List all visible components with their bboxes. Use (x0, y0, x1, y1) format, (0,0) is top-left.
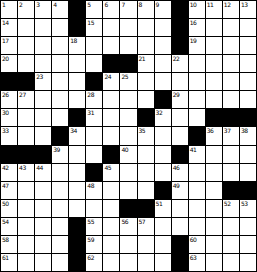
clue-number: 60 (190, 236, 197, 243)
clue-number: 12 (224, 1, 231, 8)
white-cell[interactable] (138, 254, 154, 271)
clue-number: 63 (190, 254, 197, 261)
clue-number: 14 (2, 19, 9, 26)
white-cell[interactable] (155, 254, 171, 271)
white-cell[interactable] (18, 182, 34, 199)
white-cell[interactable] (103, 91, 119, 108)
white-cell[interactable]: 53 (240, 200, 256, 217)
black-cell (35, 146, 51, 163)
clue-number: 47 (2, 182, 9, 189)
clue-number: 34 (70, 127, 77, 134)
clue-number: 3 (36, 1, 39, 8)
clue-number: 23 (36, 73, 43, 80)
white-cell[interactable] (172, 218, 188, 235)
white-cell[interactable] (240, 218, 256, 235)
white-cell[interactable]: 11 (206, 1, 222, 18)
white-cell[interactable] (52, 91, 68, 108)
white-cell[interactable] (103, 182, 119, 199)
white-cell[interactable] (18, 254, 34, 271)
white-cell[interactable] (206, 218, 222, 235)
white-cell[interactable]: 48 (86, 182, 102, 199)
clue-number: 27 (19, 91, 26, 98)
white-cell[interactable] (223, 55, 239, 72)
white-cell[interactable] (18, 109, 34, 126)
white-cell[interactable] (120, 127, 136, 144)
white-cell[interactable] (155, 146, 171, 163)
white-cell[interactable]: 40 (120, 146, 136, 163)
clue-number: 44 (36, 164, 43, 171)
clue-number: 21 (139, 55, 146, 62)
white-cell[interactable] (52, 109, 68, 126)
white-cell[interactable] (103, 127, 119, 144)
white-cell[interactable]: 44 (35, 164, 51, 181)
white-cell[interactable] (240, 164, 256, 181)
clue-number: 25 (121, 73, 128, 80)
white-cell[interactable]: 4 (52, 1, 68, 18)
white-cell[interactable] (120, 182, 136, 199)
clue-number: 26 (2, 91, 9, 98)
black-cell (86, 73, 102, 90)
crossword-grid: 1234567891011121314151617181920212223242… (0, 0, 257, 272)
white-cell[interactable] (206, 19, 222, 36)
white-cell[interactable] (155, 127, 171, 144)
clue-number: 1 (2, 1, 5, 8)
white-cell[interactable]: 12 (223, 1, 239, 18)
white-cell[interactable] (240, 37, 256, 54)
black-cell (69, 218, 85, 235)
white-cell[interactable]: 9 (155, 1, 171, 18)
white-cell[interactable]: 43 (18, 164, 34, 181)
clue-number: 50 (2, 200, 9, 207)
white-cell[interactable]: 13 (240, 1, 256, 18)
white-cell[interactable]: 3 (35, 1, 51, 18)
white-cell[interactable] (18, 19, 34, 36)
white-cell[interactable] (223, 218, 239, 235)
clue-number: 39 (53, 146, 60, 153)
white-cell[interactable] (223, 91, 239, 108)
black-cell (172, 146, 188, 163)
white-cell[interactable] (240, 73, 256, 90)
white-cell[interactable] (206, 37, 222, 54)
clue-number: 33 (2, 127, 9, 134)
clue-number: 30 (2, 109, 9, 116)
white-cell[interactable] (240, 236, 256, 253)
white-cell[interactable]: 21 (138, 55, 154, 72)
white-cell[interactable] (206, 91, 222, 108)
white-cell[interactable] (206, 254, 222, 271)
white-cell[interactable] (155, 55, 171, 72)
white-cell[interactable] (189, 109, 205, 126)
black-cell (69, 1, 85, 18)
white-cell[interactable]: 23 (35, 73, 51, 90)
clue-number: 45 (104, 164, 111, 171)
white-cell[interactable] (223, 73, 239, 90)
black-cell (223, 182, 239, 199)
white-cell[interactable]: 58 (1, 236, 17, 253)
black-cell (172, 236, 188, 253)
black-cell (52, 127, 68, 144)
black-cell (120, 200, 136, 217)
clue-number: 22 (173, 55, 180, 62)
white-cell[interactable] (138, 19, 154, 36)
clue-number: 8 (139, 1, 142, 8)
clue-number: 42 (2, 164, 9, 171)
clue-number: 49 (173, 182, 180, 189)
white-cell[interactable]: 42 (1, 164, 17, 181)
white-cell[interactable] (206, 55, 222, 72)
white-cell[interactable]: 20 (1, 55, 17, 72)
white-cell[interactable]: 59 (86, 236, 102, 253)
white-cell[interactable] (206, 182, 222, 199)
clue-number: 57 (139, 218, 146, 225)
white-cell[interactable]: 36 (206, 127, 222, 144)
white-cell[interactable] (35, 200, 51, 217)
white-cell[interactable] (120, 37, 136, 54)
white-cell[interactable] (206, 146, 222, 163)
clue-number: 6 (104, 1, 107, 8)
white-cell[interactable] (206, 164, 222, 181)
white-cell[interactable]: 6 (103, 1, 119, 18)
white-cell[interactable] (35, 182, 51, 199)
white-cell[interactable] (155, 73, 171, 90)
white-cell[interactable]: 54 (1, 218, 17, 235)
white-cell[interactable] (223, 164, 239, 181)
white-cell[interactable] (18, 236, 34, 253)
black-cell (172, 254, 188, 271)
clue-number: 55 (87, 218, 94, 225)
white-cell[interactable]: 31 (86, 109, 102, 126)
white-cell[interactable]: 45 (103, 164, 119, 181)
white-cell[interactable]: 49 (172, 182, 188, 199)
white-cell[interactable]: 15 (86, 19, 102, 36)
clue-number: 41 (190, 146, 197, 153)
white-cell[interactable]: 55 (86, 218, 102, 235)
white-cell[interactable]: 33 (1, 127, 17, 144)
black-cell (69, 254, 85, 271)
black-cell (138, 200, 154, 217)
black-cell (69, 236, 85, 253)
white-cell[interactable] (223, 19, 239, 36)
white-cell[interactable] (172, 109, 188, 126)
white-cell[interactable]: 34 (69, 127, 85, 144)
white-cell[interactable]: 56 (120, 218, 136, 235)
clue-number: 53 (241, 200, 248, 207)
white-cell[interactable] (52, 218, 68, 235)
white-cell[interactable]: 27 (18, 91, 34, 108)
black-cell (18, 73, 34, 90)
black-cell (69, 19, 85, 36)
white-cell[interactable]: 57 (138, 218, 154, 235)
black-cell (86, 164, 102, 181)
white-cell[interactable] (189, 182, 205, 199)
white-cell[interactable] (223, 37, 239, 54)
white-cell[interactable] (103, 236, 119, 253)
white-cell[interactable] (69, 73, 85, 90)
white-cell[interactable] (35, 127, 51, 144)
white-cell[interactable] (240, 254, 256, 271)
white-cell[interactable]: 38 (240, 127, 256, 144)
clue-number: 17 (2, 37, 9, 44)
white-cell[interactable] (35, 109, 51, 126)
white-cell[interactable]: 39 (52, 146, 68, 163)
white-cell[interactable] (138, 91, 154, 108)
white-cell[interactable] (86, 146, 102, 163)
white-cell[interactable] (120, 91, 136, 108)
clue-number: 11 (207, 1, 214, 8)
white-cell[interactable] (120, 164, 136, 181)
white-cell[interactable] (35, 19, 51, 36)
clue-number: 10 (190, 1, 197, 8)
white-cell[interactable] (52, 55, 68, 72)
white-cell[interactable] (52, 37, 68, 54)
white-cell[interactable] (240, 55, 256, 72)
white-cell[interactable] (206, 200, 222, 217)
white-cell[interactable] (35, 91, 51, 108)
clue-number: 20 (2, 55, 9, 62)
white-cell[interactable] (240, 19, 256, 36)
white-cell[interactable] (206, 236, 222, 253)
white-cell[interactable]: 51 (155, 200, 171, 217)
black-cell (240, 109, 256, 126)
white-cell[interactable] (52, 254, 68, 271)
clue-number: 15 (87, 19, 94, 26)
black-cell (223, 109, 239, 126)
clue-number: 58 (2, 236, 9, 243)
black-cell (155, 91, 171, 108)
white-cell[interactable]: 2 (18, 1, 34, 18)
white-cell[interactable] (189, 91, 205, 108)
white-cell[interactable] (223, 254, 239, 271)
clue-number: 46 (173, 164, 180, 171)
white-cell[interactable] (103, 37, 119, 54)
clue-number: 31 (87, 109, 94, 116)
white-cell[interactable] (189, 55, 205, 72)
white-cell[interactable]: 61 (1, 254, 17, 271)
white-cell[interactable] (103, 200, 119, 217)
white-cell[interactable] (52, 200, 68, 217)
white-cell[interactable]: 60 (189, 236, 205, 253)
white-cell[interactable] (52, 182, 68, 199)
white-cell[interactable] (155, 37, 171, 54)
white-cell[interactable] (69, 200, 85, 217)
white-cell[interactable]: 46 (172, 164, 188, 181)
black-cell (155, 182, 171, 199)
white-cell[interactable] (189, 73, 205, 90)
white-cell[interactable] (155, 236, 171, 253)
black-cell (18, 146, 34, 163)
white-cell[interactable] (240, 91, 256, 108)
white-cell[interactable]: 14 (1, 19, 17, 36)
white-cell[interactable] (86, 127, 102, 144)
clue-number: 9 (156, 1, 159, 8)
clue-number: 38 (241, 127, 248, 134)
white-cell[interactable] (138, 146, 154, 163)
white-cell[interactable] (18, 218, 34, 235)
clue-number: 56 (121, 218, 128, 225)
white-cell[interactable]: 62 (86, 254, 102, 271)
white-cell[interactable]: 19 (189, 37, 205, 54)
white-cell[interactable]: 28 (86, 91, 102, 108)
white-cell[interactable] (86, 200, 102, 217)
white-cell[interactable] (138, 236, 154, 253)
white-cell[interactable] (103, 218, 119, 235)
white-cell[interactable] (138, 37, 154, 54)
white-cell[interactable] (18, 37, 34, 54)
black-cell (206, 109, 222, 126)
white-cell[interactable] (86, 37, 102, 54)
white-cell[interactable] (103, 254, 119, 271)
white-cell[interactable] (120, 254, 136, 271)
white-cell[interactable]: 41 (189, 146, 205, 163)
white-cell[interactable] (240, 146, 256, 163)
black-cell (172, 1, 188, 18)
white-cell[interactable] (155, 164, 171, 181)
white-cell[interactable] (69, 182, 85, 199)
white-cell[interactable]: 5 (86, 1, 102, 18)
clue-number: 51 (156, 200, 163, 207)
white-cell[interactable]: 47 (1, 182, 17, 199)
white-cell[interactable]: 8 (138, 1, 154, 18)
white-cell[interactable] (189, 164, 205, 181)
clue-number: 5 (87, 1, 90, 8)
clue-number: 2 (19, 1, 22, 8)
clue-number: 28 (87, 91, 94, 98)
white-cell[interactable] (155, 19, 171, 36)
white-cell[interactable]: 63 (189, 254, 205, 271)
black-cell (120, 55, 136, 72)
white-cell[interactable]: 24 (103, 73, 119, 90)
white-cell[interactable]: 52 (223, 200, 239, 217)
white-cell[interactable] (172, 73, 188, 90)
white-cell[interactable] (189, 200, 205, 217)
white-cell[interactable]: 17 (1, 37, 17, 54)
clue-number: 48 (87, 182, 94, 189)
black-cell (189, 127, 205, 144)
white-cell[interactable] (52, 164, 68, 181)
white-cell[interactable]: 10 (189, 1, 205, 18)
clue-number: 37 (224, 127, 231, 134)
white-cell[interactable] (35, 236, 51, 253)
white-cell[interactable] (172, 200, 188, 217)
white-cell[interactable] (120, 109, 136, 126)
clue-number: 16 (190, 19, 197, 26)
black-cell (1, 73, 17, 90)
clue-number: 61 (2, 254, 9, 261)
white-cell[interactable] (138, 73, 154, 90)
white-cell[interactable] (35, 254, 51, 271)
white-cell[interactable]: 30 (1, 109, 17, 126)
white-cell[interactable] (52, 19, 68, 36)
clue-number: 18 (70, 37, 77, 44)
clue-number: 35 (139, 127, 146, 134)
white-cell[interactable]: 35 (138, 127, 154, 144)
white-cell[interactable] (120, 236, 136, 253)
white-cell[interactable] (69, 146, 85, 163)
clue-number: 4 (53, 1, 56, 8)
white-cell[interactable] (18, 127, 34, 144)
white-cell[interactable] (35, 218, 51, 235)
black-cell (240, 182, 256, 199)
white-cell[interactable]: 26 (1, 91, 17, 108)
white-cell[interactable] (52, 236, 68, 253)
white-cell[interactable] (18, 55, 34, 72)
clue-number: 40 (121, 146, 128, 153)
clue-number: 62 (87, 254, 94, 261)
white-cell[interactable] (189, 218, 205, 235)
white-cell[interactable]: 1 (1, 1, 17, 18)
white-cell[interactable] (103, 19, 119, 36)
white-cell[interactable]: 29 (172, 91, 188, 108)
white-cell[interactable] (138, 164, 154, 181)
clue-number: 7 (121, 1, 124, 8)
white-cell[interactable]: 18 (69, 37, 85, 54)
white-cell[interactable] (223, 146, 239, 163)
white-cell[interactable] (120, 19, 136, 36)
white-cell[interactable]: 37 (223, 127, 239, 144)
white-cell[interactable] (35, 37, 51, 54)
clue-number: 59 (87, 236, 94, 243)
black-cell (172, 19, 188, 36)
white-cell[interactable]: 7 (120, 1, 136, 18)
black-cell (138, 109, 154, 126)
white-cell[interactable]: 25 (120, 73, 136, 90)
clue-number: 32 (156, 109, 163, 116)
white-cell[interactable] (69, 91, 85, 108)
clue-number: 43 (19, 164, 26, 171)
black-cell (172, 37, 188, 54)
white-cell[interactable] (86, 55, 102, 72)
white-cell[interactable] (138, 182, 154, 199)
clue-number: 54 (2, 218, 9, 225)
clue-number: 19 (190, 37, 197, 44)
black-cell (103, 146, 119, 163)
white-cell[interactable]: 50 (1, 200, 17, 217)
white-cell[interactable] (35, 55, 51, 72)
white-cell[interactable]: 16 (189, 19, 205, 36)
clue-number: 29 (173, 91, 180, 98)
white-cell[interactable]: 32 (155, 109, 171, 126)
black-cell (69, 109, 85, 126)
white-cell[interactable] (69, 55, 85, 72)
white-cell[interactable] (206, 73, 222, 90)
white-cell[interactable] (52, 73, 68, 90)
black-cell (103, 55, 119, 72)
white-cell[interactable] (18, 200, 34, 217)
white-cell[interactable] (172, 127, 188, 144)
clue-number: 13 (241, 1, 248, 8)
white-cell[interactable] (103, 109, 119, 126)
white-cell[interactable] (69, 164, 85, 181)
white-cell[interactable] (223, 236, 239, 253)
clue-number: 24 (104, 73, 111, 80)
black-cell (1, 146, 17, 163)
clue-number: 36 (207, 127, 214, 134)
white-cell[interactable]: 22 (172, 55, 188, 72)
white-cell[interactable] (155, 218, 171, 235)
clue-number: 52 (224, 200, 231, 207)
